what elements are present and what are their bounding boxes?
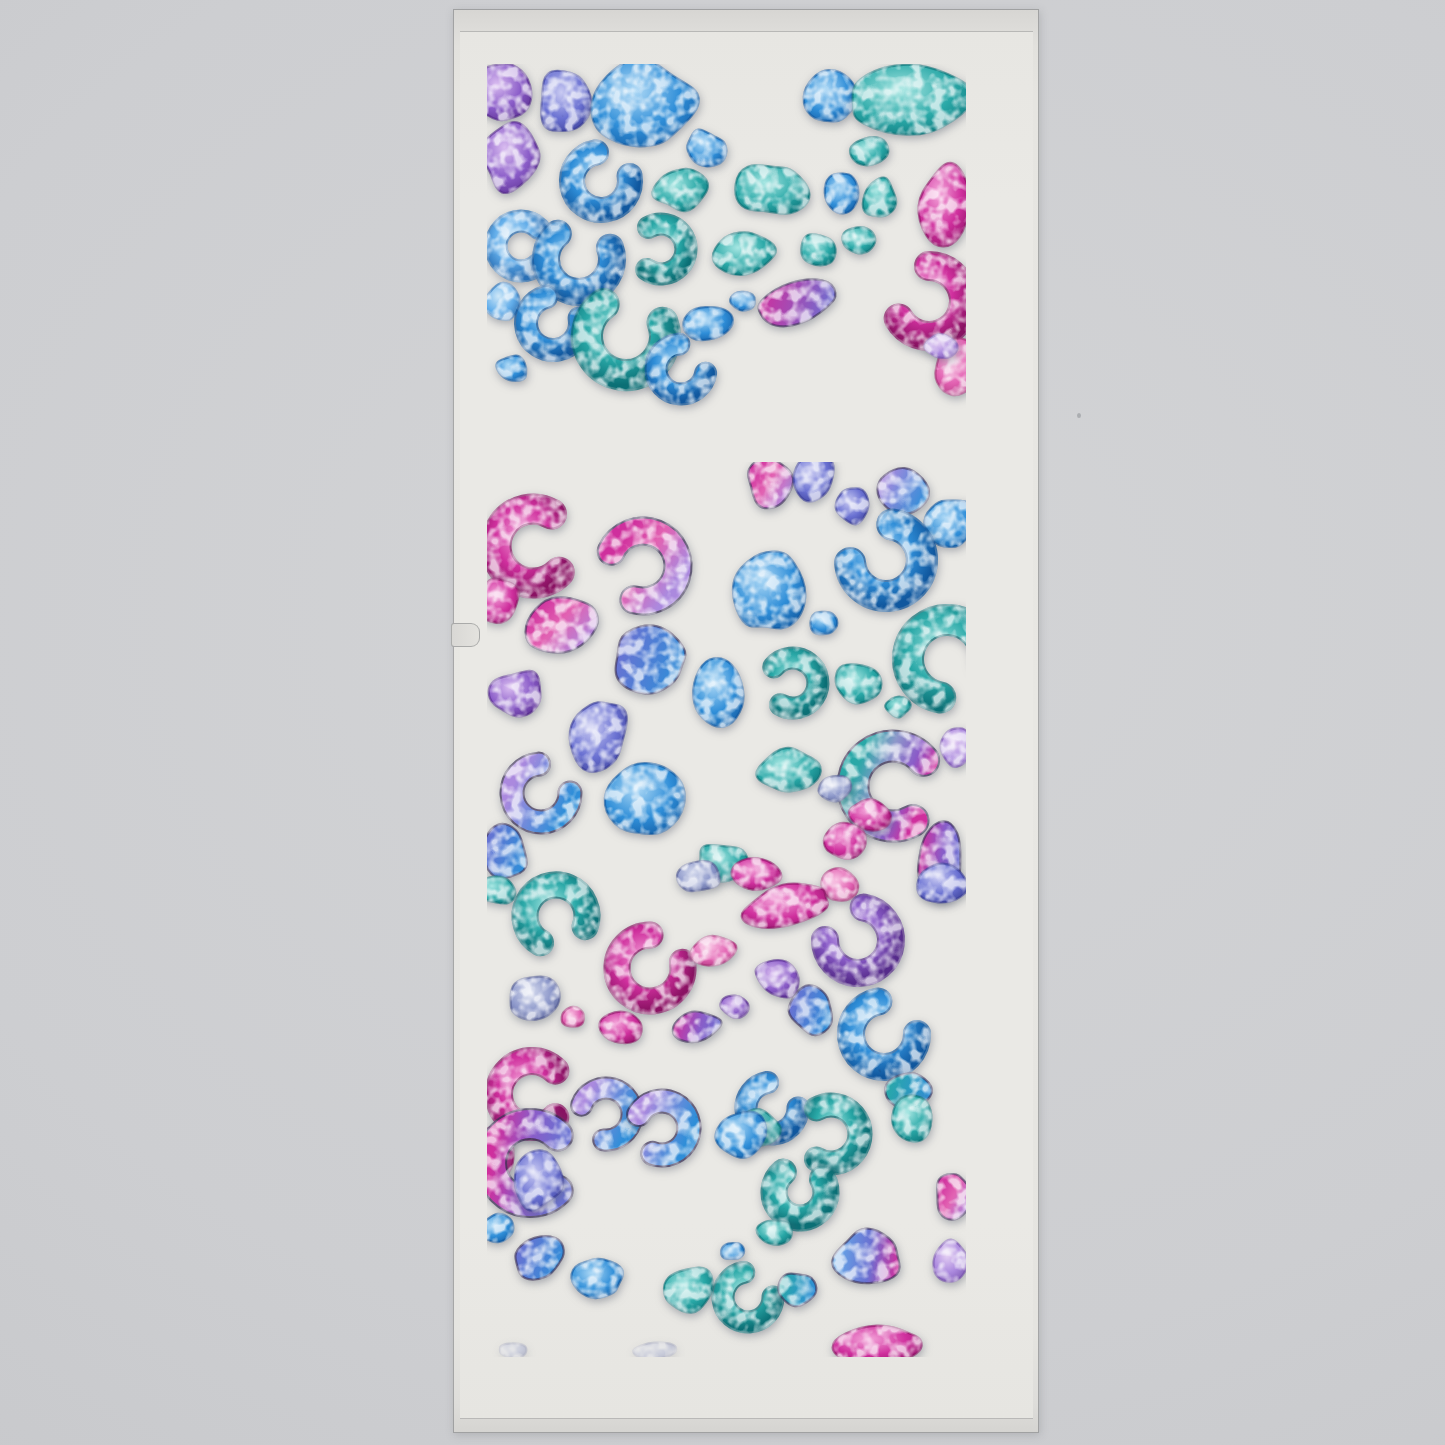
leopard-spot [664,1268,713,1313]
leopard-spot [918,163,970,246]
leopard-spot [721,1243,744,1259]
leopard-spot [541,71,591,131]
leopard-spot [691,936,737,966]
leopard-spot [720,996,748,1018]
photo-background [0,0,1445,1445]
leopard-spot [687,130,726,167]
leopard-spot [526,597,598,653]
leopard-spot [546,234,612,292]
leopard-spot [639,1101,689,1155]
leopard-spot [633,1343,676,1359]
leopard-spot [735,165,809,214]
leopard-spot [571,1259,622,1298]
leopard-spot [885,697,911,718]
leopard-spot [511,977,560,1020]
leopard-spot [500,1343,526,1357]
leopard-spot [877,468,929,514]
print-block1 [473,59,977,395]
leopard-spot [748,459,793,509]
leopard-spot [757,1221,792,1245]
leopard-spot [836,488,869,524]
leopard-spot [817,1105,861,1163]
leopard-spot [599,1012,641,1043]
leopard-spot [833,1326,922,1363]
leopard-spot [512,764,570,822]
leopard-spot [810,612,837,634]
leopard-spot [693,658,743,727]
leopard-spot [482,824,527,879]
leopard-spot [804,70,857,121]
leopard-spot [778,1273,816,1306]
leopard-spot [824,823,866,859]
leopard-spot [937,1174,972,1220]
leopard-spot [774,1172,826,1218]
leopard-spot [899,266,964,336]
leopard-spot [892,1095,931,1141]
leopard-spot [562,1007,584,1027]
leopard-spot [473,64,531,120]
leopard-spot [941,728,973,767]
leopard-spot [592,59,699,146]
leopard-spot [683,307,732,340]
leopard-spot [617,935,683,1001]
leopard-spot [484,283,519,320]
leopard-print-spots [0,0,1445,1445]
leopard-spot [933,1240,967,1282]
leopard-spot [723,1272,773,1322]
leopard-spot [842,227,875,254]
leopard-spot [489,671,541,717]
leopard-spot [582,1088,632,1140]
leopard-spot [850,525,922,596]
leopard-spot [677,861,720,891]
leopard-spot [656,344,706,394]
leopard-spot [756,960,799,997]
leopard-spot [825,908,891,974]
leopard-spot [822,868,859,901]
leopard-spot [496,356,526,381]
leopard-spot [481,579,519,623]
leopard-spot [572,152,630,210]
leopard-spot [570,702,627,772]
leopard-spot [652,169,707,211]
leopard-spot [851,1002,917,1068]
leopard-spot [605,763,685,834]
leopard-spot [713,232,776,275]
leopard-spot [481,122,539,193]
leopard-spot [756,748,820,791]
leopard-spot [479,1214,513,1242]
leopard-spot [853,65,973,135]
leopard-spot [496,509,559,583]
leopard-spot [825,174,859,214]
leopard-spot [801,234,835,265]
leopard-spot [863,177,896,216]
leopard-spot [476,876,515,903]
leopard-spot [733,552,805,629]
leopard-spot [673,1011,722,1042]
leopard-spot [730,292,754,311]
print-block2 [476,455,986,1363]
leopard-spot [774,658,818,708]
leopard-spot [832,1229,899,1284]
leopard-spot [611,531,678,601]
leopard-spot [758,280,835,327]
leopard-spot [908,620,986,697]
leopard-spot [850,137,889,165]
leopard-spot [732,858,782,890]
leopard-spot [616,625,686,693]
leopard-spot [793,455,833,501]
leopard-spot [715,1112,766,1158]
leopard-spot [525,885,587,943]
leopard-spot [836,664,882,703]
leopard-spot [647,224,686,274]
leopard-spot [515,1236,563,1279]
